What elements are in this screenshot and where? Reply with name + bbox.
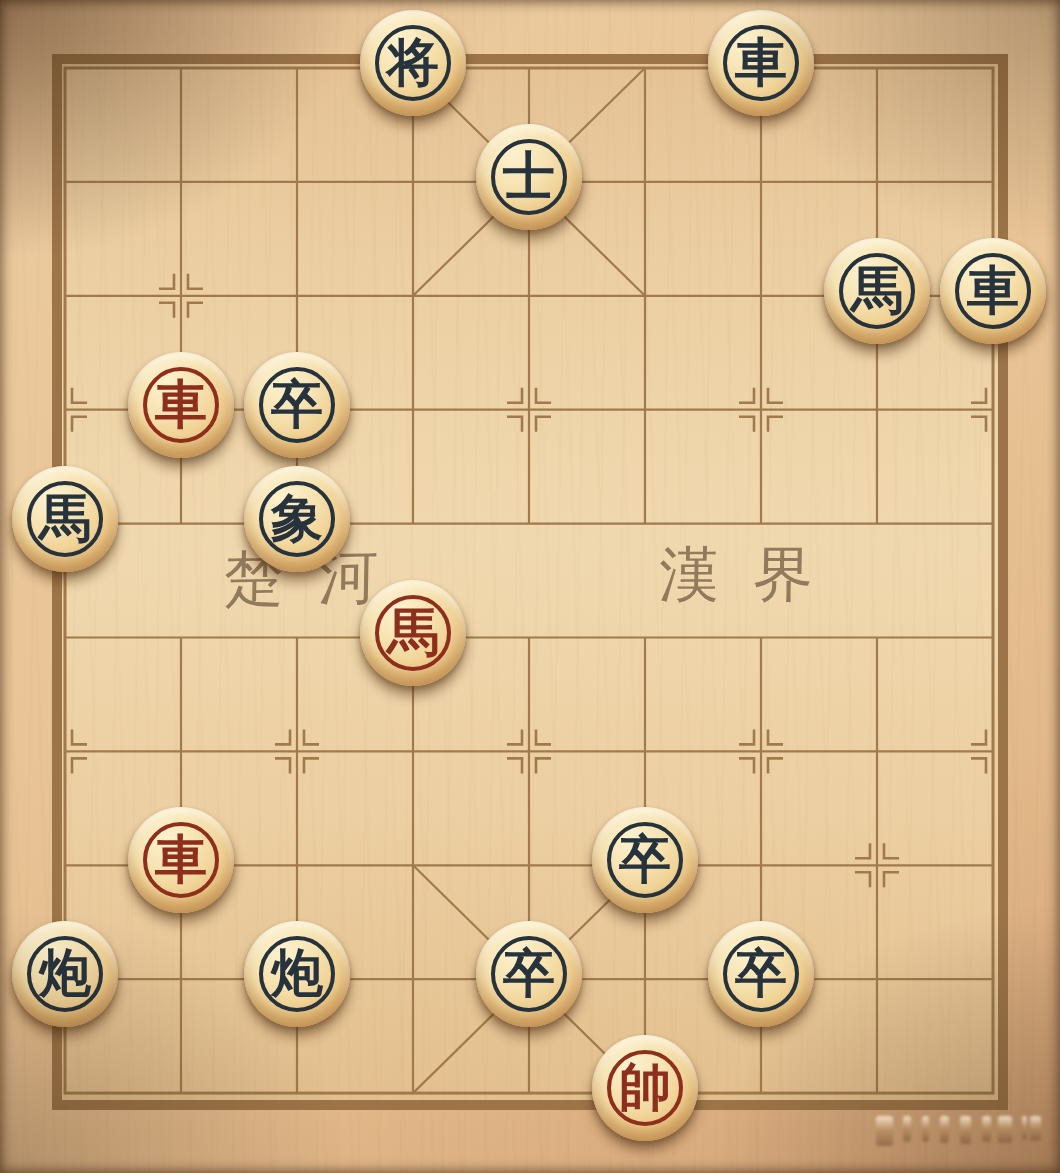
piece-character: 卒	[735, 947, 787, 999]
piece-character: 卒	[271, 378, 323, 430]
watermark-stroke	[876, 1116, 893, 1146]
piece-character: 車	[155, 378, 207, 430]
piece-ring: 帥	[607, 1050, 683, 1126]
piece-character: 士	[503, 150, 555, 202]
watermark-stroke	[998, 1116, 1012, 1143]
piece-ring: 卒	[723, 936, 799, 1012]
piece-red-chariot-2[interactable]: 車	[128, 807, 234, 913]
piece-ring: 士	[491, 139, 567, 215]
piece-ring: 卒	[491, 936, 567, 1012]
piece-ring: 象	[259, 481, 335, 557]
piece-black-general[interactable]: 将	[360, 10, 466, 116]
piece-red-general[interactable]: 帥	[592, 1035, 698, 1141]
watermark	[876, 1116, 1046, 1148]
piece-character: 炮	[271, 947, 323, 999]
piece-red-horse[interactable]: 馬	[360, 580, 466, 686]
piece-black-horse-1[interactable]: 馬	[824, 238, 930, 344]
piece-black-soldier-4[interactable]: 卒	[708, 921, 814, 1027]
piece-black-horse-2[interactable]: 馬	[12, 466, 118, 572]
piece-ring: 炮	[27, 936, 103, 1012]
piece-character: 将	[387, 36, 439, 88]
piece-character: 車	[967, 264, 1019, 316]
watermark-stroke	[922, 1116, 929, 1142]
watermark-stroke	[1022, 1116, 1027, 1140]
piece-character: 帥	[619, 1061, 671, 1113]
piece-character: 卒	[619, 833, 671, 885]
piece-black-chariot-1[interactable]: 車	[708, 10, 814, 116]
piece-ring: 車	[723, 25, 799, 101]
watermark-stroke	[940, 1116, 949, 1143]
watermark-stroke	[1030, 1116, 1041, 1141]
watermark-stroke	[960, 1116, 971, 1144]
piece-character: 卒	[503, 947, 555, 999]
piece-character: 車	[155, 833, 207, 885]
xiangqi-board: 楚河 漢界 将車士馬車車卒馬象馬車卒炮炮卒卒帥	[0, 0, 1060, 1173]
piece-ring: 卒	[607, 822, 683, 898]
piece-ring: 車	[955, 253, 1031, 329]
piece-ring: 卒	[259, 367, 335, 443]
piece-black-soldier-3[interactable]: 卒	[476, 921, 582, 1027]
piece-ring: 炮	[259, 936, 335, 1012]
watermark-stroke	[982, 1116, 991, 1142]
piece-black-advisor[interactable]: 士	[476, 124, 582, 230]
watermark-stroke	[903, 1116, 911, 1142]
piece-black-cannon-2[interactable]: 炮	[244, 921, 350, 1027]
piece-ring: 車	[143, 367, 219, 443]
piece-character: 車	[735, 36, 787, 88]
piece-ring: 将	[375, 25, 451, 101]
piece-black-elephant[interactable]: 象	[244, 466, 350, 572]
piece-character: 炮	[39, 947, 91, 999]
piece-character: 馬	[387, 606, 439, 658]
piece-character: 馬	[39, 492, 91, 544]
piece-black-soldier-2[interactable]: 卒	[592, 807, 698, 913]
piece-ring: 馬	[839, 253, 915, 329]
piece-ring: 馬	[375, 595, 451, 671]
piece-red-chariot-1[interactable]: 車	[128, 352, 234, 458]
piece-black-soldier-1[interactable]: 卒	[244, 352, 350, 458]
piece-black-cannon-1[interactable]: 炮	[12, 921, 118, 1027]
piece-character: 馬	[851, 264, 903, 316]
piece-ring: 車	[143, 822, 219, 898]
pieces-layer: 将車士馬車車卒馬象馬車卒炮炮卒卒帥	[0, 0, 1060, 1173]
piece-black-chariot-2[interactable]: 車	[940, 238, 1046, 344]
piece-ring: 馬	[27, 481, 103, 557]
piece-character: 象	[271, 492, 323, 544]
